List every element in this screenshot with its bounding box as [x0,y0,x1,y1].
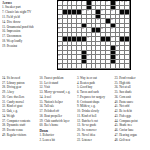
clue-number: 49 [2,133,5,137]
clue-item: 1. Behavior [40,133,75,136]
clue-text: Sneaker part [5,5,21,9]
clue-number: 12 [77,118,80,122]
clue-number: 37 [2,118,5,122]
cell-number: 65 [116,59,118,61]
clue-text: Diving gear [7,85,22,89]
clue-text: Caviar base [119,128,134,132]
clue-number: 47 [115,133,118,137]
clue-item: 54. Jewel [40,95,75,98]
clue-text: Weigh [7,114,15,118]
clue-text: Compass point [119,118,137,122]
cell-number: 23 [68,14,70,16]
clue-item: 60. Bee's home [40,124,75,127]
clue-number: 60 [40,123,43,127]
clue-item: 37. Computer contents [2,119,37,122]
cell-number: 13 [125,1,127,3]
clue-text: Let it stand [44,80,58,84]
cell-number: 58 [87,50,89,52]
clue-text: Not at all [119,85,131,89]
clue-number: 51 [40,80,43,84]
clue-text: Field yield [7,15,20,19]
clue-item: 28. Diving gear [2,86,37,89]
clue-item: 25. High tide [115,81,150,84]
clue-text: Candy morsel [7,99,24,103]
clue-text: Shade tree [119,123,132,127]
clue-text: Beaten path [80,80,95,84]
clue-text: Regular visitors [7,133,27,137]
clue-text: So-so grade [82,123,97,127]
clue-number: 3 [77,76,79,79]
clue-text: Computer contents [7,118,30,122]
cell-number: 41 [92,32,94,34]
cell-number: 61 [87,55,89,57]
clue-text: Classic late night TV [5,10,31,14]
clue-number: 31 [2,99,5,103]
cell-number: 25 [77,14,79,16]
clue-text: Pressing [7,43,17,47]
clue-number: 8 [77,99,79,103]
clue-item: 33. Oak, e.g. [2,109,37,112]
clue-text: Jewel [44,95,51,99]
clue-number: 11 [77,114,80,118]
cell-number: 66 [58,64,60,66]
cell-number: 39 [111,28,113,30]
across-header: Across [2,1,56,5]
clue-number: 45 [115,123,118,127]
clue-number: 41 [115,104,118,108]
clue-text: Corn unit [119,95,131,99]
clue-number: 17 [2,34,5,38]
clue-item: 29. A boy [2,90,37,93]
clue-item: 7. Classic late night TV [2,10,56,13]
clue-text: Bee's home [44,123,58,127]
cell-number: 9 [101,1,102,3]
cell-number: 1 [58,1,59,3]
cell-number: 60 [58,55,60,57]
clue-item: 53. Merry-go-round, e.g. [40,90,75,93]
clue-item: 48. Golf peg [115,138,150,141]
cell-number: 46 [63,41,65,43]
cell-number: 55 [58,46,60,48]
clue-text: It's brewed [7,76,21,79]
clue-number: 59 [40,118,43,122]
clue-text: Merry-go-round, e.g. [44,90,70,94]
clue-column: 50. Faucet problem51. Let it stand52. Vi… [40,76,75,143]
cell-number: 5 [77,1,78,3]
clue-item: 21. Novel idea [77,133,112,136]
cell-number: 30 [97,19,99,21]
cell-number: 10 [106,1,108,3]
clue-item: 42. Be in debt [115,109,150,112]
clue-text: Visit [44,85,50,89]
clue-number: 7 [77,95,79,99]
cell-number: 15 [92,5,94,7]
clue-text: Polished off [44,109,59,113]
clue-item: 8. Croissant shape [77,100,112,103]
clue-item: 17. Uncommon [2,34,56,37]
clue-item: 6. Tacos and such [77,90,112,93]
clue-text: Prepares for surgery [80,95,105,99]
cell-number: 51 [101,41,103,43]
clue-text: Cave dwellers [7,95,25,99]
clue-text: Behavior [43,133,54,137]
clue-text: Tall tale [44,104,54,108]
clue-columns-inner: 24. It's brewed27. Library patron28. Div… [2,76,149,143]
clue-text: Kind of goat [7,104,23,108]
cell-number: 28 [125,14,127,16]
clue-number: 30 [2,95,5,99]
clue-item: 27. Library patron [2,81,37,84]
cell-number: 12 [121,1,123,3]
clue-number: 18 [2,39,5,43]
clue-number: 42 [115,109,118,113]
clue-item: 13. So-so grade [77,124,112,127]
clue-number: 26 [115,85,118,89]
clue-item: 49. Regular visitors [2,133,37,136]
cell-number: 37 [82,28,84,30]
clue-text: Mildew, e.g. [80,104,95,108]
clue-text: Butcher's cut [82,118,98,122]
clue-item: 44. Compass point [115,119,150,122]
clue-item: 15. Ornamental pond fish [2,25,56,28]
cell-number: 64 [87,59,89,61]
clue-item: 38. Dynamite stuff [2,124,37,127]
clue-item: 24. It's brewed [2,76,37,79]
clue-number: 21 [77,133,80,137]
cell-number: 45 [58,41,60,43]
clue-number: 36 [115,95,118,99]
cell-number: 18 [87,10,89,12]
clue-item: 23. Pond croaker [115,76,150,79]
clue-text: Lean a bit [43,137,55,141]
clue-text: Be in debt [119,109,132,113]
clue-item: 7. Prepares for surgery [77,95,112,98]
clue-number: 14 [2,19,5,23]
across-clue-column: Across1. Sneaker part7. Classic late nig… [2,1,56,47]
clue-number: 35 [115,90,118,94]
clue-number: 33 [2,109,5,113]
clue-item: 14. Dice throw [2,20,56,23]
clue-number: 43 [115,114,118,118]
clue-number: 50 [40,76,43,79]
cell-number: 56 [116,46,118,48]
clue-item: 46. Caviar base [115,128,150,131]
clue-number: 13 [77,123,80,127]
clue-number: 48 [115,137,118,141]
clue-text: Dice throw [7,19,21,23]
clue-number: 11 [2,15,5,19]
clue-number: 5 [77,85,79,89]
clue-text: Novel idea [82,133,95,137]
clue-text: Fish eggs [119,114,131,118]
clue-text: Nation's helper [44,99,63,103]
clue-number: 7 [2,10,4,14]
clue-item: 19. Pressing [2,44,56,47]
cell-number: 33 [87,23,89,25]
cell-number: 11 [116,1,118,3]
cell-number: 38 [101,28,103,30]
cell-number: 16 [116,5,118,7]
clue-item: 5. Good buy [77,86,112,89]
clue-number: 20 [77,128,80,132]
cell-number: 3 [68,1,69,3]
clue-text: Drinks slowly [82,109,99,113]
clue-number: 24 [2,76,5,79]
clue-item: 31. Candy morsel [2,100,37,103]
clue-text: Uncommon [7,34,22,38]
cell-number: 63 [58,59,60,61]
cell-number: 2 [63,1,64,3]
across-clue-list: Across1. Sneaker part7. Classic late nig… [2,1,56,74]
grid-cell[interactable] [125,64,130,69]
cell-number: 54 [125,41,127,43]
clue-text: Ornamental pond fish [7,24,34,28]
clue-number: 38 [2,123,5,127]
cell-number: 52 [106,41,108,43]
clue-number: 54 [40,95,43,99]
cell-number: 24 [73,14,75,16]
clue-item: 1. Sneaker part [2,6,56,9]
clue-number: 53 [40,90,43,94]
cell-number: 17 [82,10,84,12]
clue-item: 55. Nation's helper [40,100,75,103]
clue-number: 27 [2,80,5,84]
cell-number: 21 [58,14,60,16]
crossword-grid: 1234567891011121314151617181920212223242… [57,0,131,70]
clue-number: 1 [2,5,4,9]
clue-item: 59. Club sandwich layer [40,119,75,122]
cell-number: 29 [58,19,60,21]
clue-number: 15 [2,24,5,28]
clue-item: 52. Visit [40,86,75,89]
clue-number: 28 [2,85,5,89]
cell-number: 42 [97,32,99,34]
cell-number: 44 [111,37,113,39]
clue-number: 19 [2,43,5,47]
cell-number: 40 [58,32,60,34]
cell-number: 31 [111,19,113,21]
clue-text: Pasta sauce [119,99,133,103]
clue-item: 47. Hearing organ [115,133,150,136]
clue-text: Pond croaker [119,76,135,79]
clue-text: Library patron [7,80,25,84]
clue-text: Listener [82,137,92,141]
cell-number: 62 [116,55,118,57]
clue-item: 35. Sun shade [115,90,150,93]
clue-text: Events venue [7,128,24,132]
clue-number: 44 [115,118,118,122]
clue-number: 22 [77,137,80,141]
clue-number: 57 [40,109,43,113]
clue-item: 57. Polished off [40,109,75,112]
clue-text: Sun shade [119,90,132,94]
clue-item: 32. Kind of goat [2,105,37,108]
clue-text: Impression [7,29,21,33]
clue-item: 34. Weigh [2,114,37,117]
clue-item: 43. Fish eggs [115,114,150,117]
clue-number: 34 [2,114,5,118]
clue-text: Club sandwich layer [44,118,69,122]
cell-number: 59 [116,50,118,52]
clue-number: 39 [2,128,5,132]
clue-number: 2 [40,137,42,141]
cell-number: 6 [82,1,83,3]
cell-number: 34 [106,23,108,25]
down-header: Down [40,128,75,132]
clue-number: 6 [77,90,79,94]
clue-item: 45. Shade tree [115,124,150,127]
clue-text: Croissant shape [80,99,100,103]
clue-number: 4 [77,80,79,84]
clue-item: 4. Beaten path [77,81,112,84]
clue-number: 56 [40,104,43,108]
clue-item: 39. Events venue [2,128,37,131]
cell-number: 8 [97,1,98,3]
clue-text: High tide [119,80,131,84]
clue-number: 16 [2,29,5,33]
cell-number: 43 [87,37,89,39]
clue-number: 1 [40,133,42,137]
puzzle-page: Across1. Sneaker part7. Classic late nig… [0,0,150,150]
clue-item: 51. Let it stand [40,81,75,84]
clue-text: Not odd [119,104,129,108]
clue-number: 10 [77,109,80,113]
clue-item: 20. Ice remover [77,128,112,131]
clue-item: 11. Kind of bell [77,114,112,117]
clue-item: 12. Butcher's cut [77,119,112,122]
clue-number: 52 [40,85,43,89]
cell-number: 35 [116,23,118,25]
clue-text: Dynamite stuff [7,123,26,127]
clue-item: 36. Corn unit [115,95,150,98]
clue-text: Weep loudly [7,39,23,43]
clue-number: 32 [2,104,5,108]
clue-item: 11. Field yield [2,15,56,18]
clue-text: Oak, e.g. [7,109,18,113]
clue-item: 2. Lean a bit [40,138,75,141]
clue-item: 3. Way in or out [77,76,112,79]
clue-number: 29 [2,90,5,94]
cell-number: 50 [82,41,84,43]
clue-number: 40 [115,99,118,103]
clue-number: 23 [115,76,118,79]
clue-text: Faucet problem [44,76,63,79]
cell-number: 20 [111,10,113,12]
clue-item: 56. Tall tale [40,105,75,108]
clue-item: 10. Drinks slowly [77,109,112,112]
clue-item: 18. Weep loudly [2,39,56,42]
clue-text: A boy [6,90,13,94]
clue-item: 16. Impression [2,30,56,33]
clue-item: 58. Boat propeller [40,114,75,117]
clue-text: Good buy [80,85,92,89]
clue-text: Boat propeller [44,114,62,118]
clue-text: Ice remover [82,128,97,132]
clue-text: Tacos and such [80,90,99,94]
clue-column: 3. Way in or out4. Beaten path5. Good bu… [77,76,112,143]
clue-number: 55 [40,99,43,103]
clue-number: 58 [40,114,43,118]
cell-number: 14 [58,5,60,7]
clue-item: 40. Pasta sauce [115,100,150,103]
cell-number: 47 [68,41,70,43]
cell-number: 27 [121,14,123,16]
cell-number: 32 [58,23,60,25]
clue-item: 30. Cave dwellers [2,95,37,98]
cell-number: 7 [92,1,93,3]
clue-number: 25 [115,80,118,84]
clue-item: 26. Not at all [115,86,150,89]
clue-item: 9. Mildew, e.g. [77,105,112,108]
clue-column: 23. Pond croaker25. High tide26. Not at … [115,76,150,143]
clue-number: 46 [115,128,118,132]
clue-text: Hearing organ [119,133,137,137]
clue-columns: 24. It's brewed27. Library patron28. Div… [2,76,149,149]
cell-number: 4 [73,1,74,3]
cell-number: 36 [58,28,60,30]
clue-text: Kind of bell [82,114,97,118]
clue-text: Golf peg [119,137,130,141]
clue-item: 22. Listener [77,138,112,141]
cell-number: 53 [121,41,123,43]
cell-number: 57 [58,50,60,52]
clue-item: 50. Faucet problem [40,76,75,79]
clue-text: Way in or out [80,76,97,79]
cell-number: 19 [101,10,103,12]
cell-number: 48 [73,41,75,43]
clue-item: 41. Not odd [115,105,150,108]
cell-number: 49 [77,41,79,43]
cell-number: 26 [101,14,103,16]
cell-number: 22 [63,14,65,16]
clue-column: 24. It's brewed27. Library patron28. Div… [2,76,37,143]
clue-number: 9 [77,104,79,108]
